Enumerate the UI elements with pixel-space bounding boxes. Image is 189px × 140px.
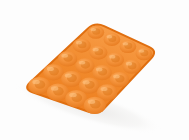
mold-bump (75, 58, 94, 73)
mold-bump (84, 97, 106, 114)
mold-bump (92, 65, 111, 80)
mold-bump (104, 33, 121, 46)
mold-bump (61, 71, 82, 87)
mold-bump (87, 26, 104, 39)
mold-bump (89, 46, 107, 60)
mold-bump (58, 51, 77, 66)
product-photo (0, 0, 189, 140)
mold-bump (43, 64, 64, 80)
mold-bump (120, 40, 137, 53)
mold-photo-canvas (0, 0, 189, 140)
mold-bump (73, 39, 91, 53)
mold-bump (106, 53, 124, 67)
mold-bump (123, 60, 141, 74)
mold-bump (110, 72, 129, 87)
mold-bump (136, 47, 153, 60)
